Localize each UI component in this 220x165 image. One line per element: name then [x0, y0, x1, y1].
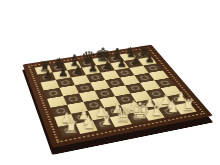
piece-black-pawn: ♟ — [117, 57, 127, 68]
piece-white-king: ♚ — [130, 100, 150, 122]
square-b1: ♞ — [76, 120, 98, 134]
square-a5 — [44, 88, 63, 99]
piece-black-pawn: ♟ — [102, 60, 112, 71]
piece-white-rook: ♜ — [182, 97, 196, 112]
piece-white-queen: ♛ — [114, 105, 132, 125]
piece-white-bishop: ♝ — [98, 110, 114, 128]
square-a1: ♜ — [58, 124, 80, 138]
chess-board: ♜♞♝♛♚♝♞♜♟♟♟♟♟♟♟♟♟♟♟♟♟♟♟♟♜♞♝♛♚♝♞♜ — [23, 45, 213, 148]
piece-black-pawn: ♟ — [43, 69, 54, 81]
piece-black-pawn: ♟ — [88, 62, 98, 73]
piece-black-pawn: ♟ — [145, 53, 155, 64]
chess-set-photo: ♜♞♝♛♚♝♞♜♟♟♟♟♟♟♟♟♟♟♟♟♟♟♟♟♜♞♝♛♚♝♞♜ — [0, 0, 220, 165]
piece-black-pawn: ♟ — [73, 64, 83, 76]
piece-black-pawn: ♟ — [58, 67, 68, 79]
piece-white-knight: ♞ — [81, 115, 96, 132]
piece-black-pawn: ♟ — [131, 55, 141, 66]
piece-white-bishop: ♝ — [149, 101, 165, 119]
piece-white-rook: ♜ — [64, 119, 78, 135]
piece-white-knight: ♞ — [165, 99, 180, 115]
